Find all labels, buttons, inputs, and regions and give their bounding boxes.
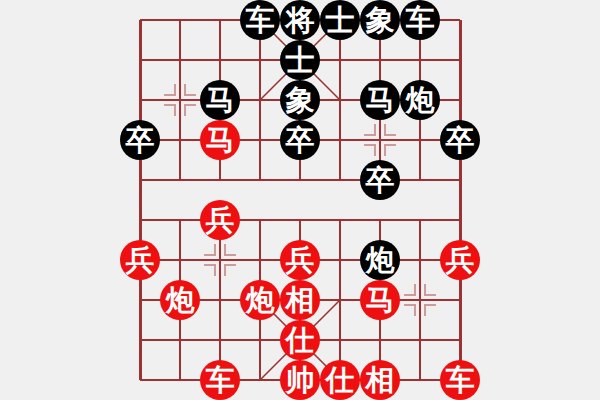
- piece-black-soldier[interactable]: 卒: [280, 120, 320, 160]
- piece-red-soldier[interactable]: 兵: [200, 200, 240, 240]
- piece-black-cannon[interactable]: 炮: [400, 80, 440, 120]
- piece-red-chariot[interactable]: 车: [200, 360, 240, 400]
- piece-red-soldier[interactable]: 兵: [440, 240, 480, 280]
- piece-red-general[interactable]: 帅: [280, 360, 320, 400]
- piece-black-chariot[interactable]: 车: [400, 0, 440, 40]
- piece-black-advisor[interactable]: 士: [320, 0, 360, 40]
- pieces-layer: 车将士象车士马象马炮卒卒卒卒炮马兵兵兵兵炮炮相马仕车帅仕相车: [0, 0, 600, 400]
- piece-black-horse[interactable]: 马: [360, 80, 400, 120]
- piece-black-elephant[interactable]: 象: [360, 0, 400, 40]
- piece-black-general[interactable]: 将: [280, 0, 320, 40]
- piece-black-advisor[interactable]: 士: [280, 40, 320, 80]
- piece-black-soldier[interactable]: 卒: [360, 160, 400, 200]
- piece-red-elephant[interactable]: 相: [360, 360, 400, 400]
- piece-red-soldier[interactable]: 兵: [120, 240, 160, 280]
- piece-red-cannon[interactable]: 炮: [240, 280, 280, 320]
- piece-red-chariot[interactable]: 车: [440, 360, 480, 400]
- piece-black-cannon[interactable]: 炮: [360, 240, 400, 280]
- piece-red-soldier[interactable]: 兵: [280, 240, 320, 280]
- piece-red-advisor[interactable]: 仕: [320, 360, 360, 400]
- xiangqi-board[interactable]: 车将士象车士马象马炮卒卒卒卒炮马兵兵兵兵炮炮相马仕车帅仕相车: [0, 0, 600, 400]
- piece-red-advisor[interactable]: 仕: [280, 320, 320, 360]
- piece-red-horse[interactable]: 马: [360, 280, 400, 320]
- xiangqi-app: 车将士象车士马象马炮卒卒卒卒炮马兵兵兵兵炮炮相马仕车帅仕相车: [0, 0, 600, 400]
- piece-black-chariot[interactable]: 车: [240, 0, 280, 40]
- piece-black-soldier[interactable]: 卒: [120, 120, 160, 160]
- piece-black-horse[interactable]: 马: [200, 80, 240, 120]
- piece-red-elephant[interactable]: 相: [280, 280, 320, 320]
- piece-black-elephant[interactable]: 象: [280, 80, 320, 120]
- piece-red-cannon[interactable]: 炮: [160, 280, 200, 320]
- piece-black-soldier[interactable]: 卒: [440, 120, 480, 160]
- piece-red-horse[interactable]: 马: [200, 120, 240, 160]
